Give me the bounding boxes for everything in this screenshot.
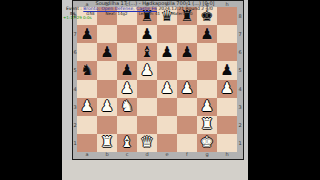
- white-pawn-piece: ♟: [160, 81, 173, 96]
- file-label-bottom-g: g: [197, 151, 217, 157]
- rank-label-right-5: 5: [238, 61, 242, 79]
- square-h4[interactable]: ♟: [217, 80, 237, 98]
- square-a4[interactable]: [77, 80, 97, 98]
- stat-token-3: Length: 41: [139, 12, 161, 17]
- white-pawn-piece: ♟: [80, 99, 93, 114]
- square-c7[interactable]: [117, 25, 137, 43]
- square-g2[interactable]: ♜: [197, 116, 217, 134]
- file-labels-bottom: abcdefgh: [77, 151, 237, 157]
- file-label-bottom-d: d: [137, 151, 157, 157]
- square-g6[interactable]: [197, 43, 217, 61]
- white-rook-piece: ♜: [100, 135, 113, 150]
- rank-label-right-2: 2: [238, 116, 242, 134]
- black-knight-piece: ♞: [80, 63, 93, 78]
- square-d1[interactable]: ♛: [137, 134, 157, 152]
- square-d4[interactable]: [137, 80, 157, 98]
- square-d5[interactable]: ♟: [137, 61, 157, 79]
- black-pawn-piece: ♟: [220, 63, 233, 78]
- square-d6[interactable]: ♝: [137, 43, 157, 61]
- event-extra: 4/0: [206, 6, 213, 11]
- square-f1[interactable]: [177, 134, 197, 152]
- black-pawn-piece: ♟: [160, 45, 173, 60]
- white-pawn-piece: ♟: [220, 81, 233, 96]
- square-h1[interactable]: [217, 134, 237, 152]
- square-g1[interactable]: ♚: [197, 134, 217, 152]
- white-pawn-piece: ♟: [100, 99, 113, 114]
- square-h2[interactable]: [217, 116, 237, 134]
- white-pawn-piece: ♟: [200, 99, 213, 114]
- video-frame: abcdefgh 87654321 ♜♛♜♚♟♟♟♟♝♟♟♞♟♟♟♟♟♟♟♟♟♞…: [0, 0, 320, 180]
- square-b2[interactable]: [97, 116, 117, 134]
- file-label-bottom-e: e: [157, 151, 177, 157]
- square-a7[interactable]: ♟: [77, 25, 97, 43]
- black-bishop-piece: ♝: [140, 45, 153, 60]
- rank-label-right-6: 6: [238, 43, 242, 61]
- square-b1[interactable]: ♜: [97, 134, 117, 152]
- square-c2[interactable]: [117, 116, 137, 134]
- square-a6[interactable]: [77, 43, 97, 61]
- chess-board-frame: abcdefgh 87654321 ♜♛♜♚♟♟♟♟♝♟♟♞♟♟♟♟♟♟♟♟♟♞…: [72, 0, 244, 160]
- square-a2[interactable]: [77, 116, 97, 134]
- black-pawn-piece: ♟: [180, 45, 193, 60]
- square-g5[interactable]: [197, 61, 217, 79]
- square-e6[interactable]: ♟: [157, 43, 177, 61]
- square-a5[interactable]: ♞: [77, 61, 97, 79]
- square-e5[interactable]: [157, 61, 177, 79]
- square-b5[interactable]: [97, 61, 117, 79]
- file-label-bottom-a: a: [77, 151, 97, 157]
- square-e2[interactable]: [157, 116, 177, 134]
- black-pawn-piece: ♟: [200, 27, 213, 42]
- info-bar: [62, 160, 248, 180]
- square-c1[interactable]: ♝: [117, 134, 137, 152]
- square-d2[interactable]: [137, 116, 157, 134]
- square-f7[interactable]: [177, 25, 197, 43]
- file-label-bottom-b: b: [97, 151, 117, 157]
- square-d3[interactable]: [137, 98, 157, 116]
- black-pawn-piece: ♟: [140, 27, 153, 42]
- square-c5[interactable]: ♟: [117, 61, 137, 79]
- black-pawn-piece: ♟: [120, 63, 133, 78]
- square-f4[interactable]: ♟: [177, 80, 197, 98]
- square-c6[interactable]: [117, 43, 137, 61]
- black-pawn-piece: ♟: [80, 27, 93, 42]
- square-h7[interactable]: [217, 25, 237, 43]
- white-bishop-piece: ♝: [120, 135, 133, 150]
- white-pawn-piece: ♟: [140, 63, 153, 78]
- square-f2[interactable]: [177, 116, 197, 134]
- rank-label-right-1: 1: [238, 134, 242, 152]
- file-label-bottom-h: h: [217, 151, 237, 157]
- chess-board: ♜♛♜♚♟♟♟♟♝♟♟♞♟♟♟♟♟♟♟♟♟♞♟♜♜♝♛♚: [77, 7, 237, 152]
- white-pawn-piece: ♟: [180, 81, 193, 96]
- rank-label-right-3: 3: [238, 98, 242, 116]
- square-b3[interactable]: ♟: [97, 98, 117, 116]
- white-rook-piece: ♜: [200, 117, 213, 132]
- black-pawn-piece: ♟: [100, 45, 113, 60]
- square-c4[interactable]: ♟: [117, 80, 137, 98]
- square-a1[interactable]: [77, 134, 97, 152]
- square-e3[interactable]: [157, 98, 177, 116]
- square-d7[interactable]: ♟: [137, 25, 157, 43]
- white-knight-piece: ♞: [120, 99, 133, 114]
- stat-token-2: Next: 14g2: [106, 12, 128, 17]
- square-b6[interactable]: ♟: [97, 43, 117, 61]
- square-b7[interactable]: [97, 25, 117, 43]
- file-label-bottom-c: c: [117, 151, 137, 157]
- square-g7[interactable]: ♟: [197, 25, 217, 43]
- square-c3[interactable]: ♞: [117, 98, 137, 116]
- rank-label-right-7: 7: [238, 25, 242, 43]
- square-h3[interactable]: [217, 98, 237, 116]
- rank-labels-right: 87654321: [238, 7, 242, 152]
- square-e7[interactable]: [157, 25, 177, 43]
- white-queen-piece: ♛: [140, 135, 153, 150]
- white-pawn-piece: ♟: [120, 81, 133, 96]
- white-king-piece: ♚: [200, 135, 213, 150]
- square-a3[interactable]: ♟: [77, 98, 97, 116]
- square-f5[interactable]: [177, 61, 197, 79]
- square-e4[interactable]: ♟: [157, 80, 177, 98]
- square-h5[interactable]: ♟: [217, 61, 237, 79]
- square-f3[interactable]: [177, 98, 197, 116]
- timer-line: +1:17:29 0:0s: [63, 16, 92, 21]
- square-h6[interactable]: [217, 43, 237, 61]
- square-g4[interactable]: [197, 80, 217, 98]
- stat-token-4: Material: 0: [171, 12, 192, 17]
- file-label-bottom-f: f: [177, 151, 197, 157]
- square-f6[interactable]: ♟: [177, 43, 197, 61]
- square-b4[interactable]: [97, 80, 117, 98]
- square-e1[interactable]: [157, 134, 177, 152]
- content-area: abcdefgh 87654321 ♜♛♜♚♟♟♟♟♝♟♟♞♟♟♟♟♟♟♟♟♟♞…: [62, 0, 248, 180]
- rank-label-right-4: 4: [238, 80, 242, 98]
- square-g3[interactable]: ♟: [197, 98, 217, 116]
